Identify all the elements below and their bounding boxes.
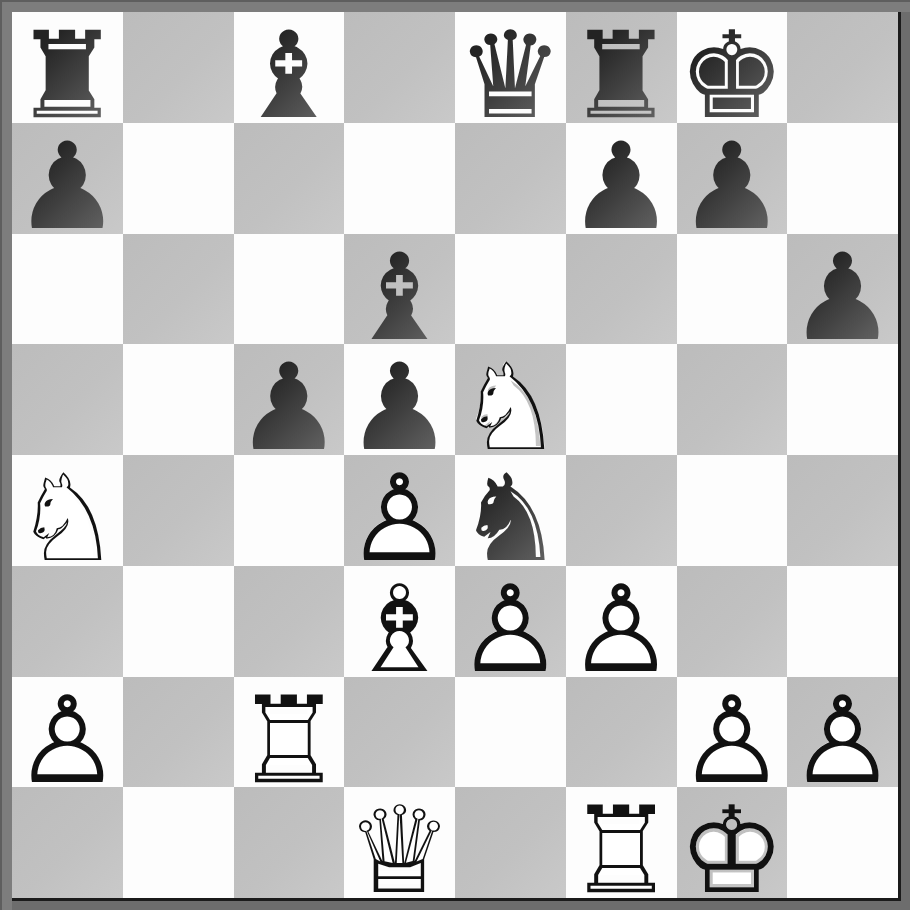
white-piece-fill-layer: ♟ <box>677 685 788 796</box>
white-piece-outline-layer: ♙ <box>566 574 677 685</box>
black-rook-icon[interactable]: ♜ <box>12 12 123 123</box>
white-knight-icon[interactable]: ♞♘ <box>455 344 566 455</box>
white-pawn-icon[interactable]: ♟♙ <box>677 677 788 788</box>
white-piece-outline-layer: ♔ <box>677 795 788 906</box>
square-a2[interactable]: ♟♙ <box>12 677 123 788</box>
white-piece-fill-layer: ♟ <box>344 463 455 574</box>
square-f5[interactable] <box>566 344 677 455</box>
white-piece-outline-layer: ♖ <box>234 685 345 796</box>
square-g2[interactable]: ♟♙ <box>677 677 788 788</box>
white-piece-outline-layer: ♙ <box>787 685 898 796</box>
square-g1[interactable]: ♚♔ <box>677 787 788 898</box>
square-f6[interactable] <box>566 234 677 345</box>
square-e2[interactable] <box>455 677 566 788</box>
square-h3[interactable] <box>787 566 898 677</box>
square-e3[interactable]: ♟♙ <box>455 566 566 677</box>
black-bishop-icon[interactable]: ♝ <box>344 234 455 345</box>
white-knight-icon[interactable]: ♞♘ <box>12 455 123 566</box>
white-piece-outline-layer: ♖ <box>566 795 677 906</box>
black-piece-glyph: ♟ <box>12 131 123 242</box>
square-a5[interactable] <box>12 344 123 455</box>
white-bishop-icon[interactable]: ♝♗ <box>344 566 455 677</box>
white-rook-icon[interactable]: ♜♖ <box>234 677 345 788</box>
white-pawn-icon[interactable]: ♟♙ <box>344 455 455 566</box>
square-g5[interactable] <box>677 344 788 455</box>
white-piece-fill-layer: ♜ <box>234 685 345 796</box>
square-c8[interactable]: ♝ <box>234 12 345 123</box>
square-b3[interactable] <box>123 566 234 677</box>
black-pawn-icon[interactable]: ♟ <box>566 123 677 234</box>
black-piece-glyph: ♝ <box>344 242 455 353</box>
square-f8[interactable]: ♜ <box>566 12 677 123</box>
black-pawn-icon[interactable]: ♟ <box>12 123 123 234</box>
black-pawn-icon[interactable]: ♟ <box>787 234 898 345</box>
square-c7[interactable] <box>234 123 345 234</box>
white-king-icon[interactable]: ♚♔ <box>677 787 788 898</box>
black-piece-glyph: ♟ <box>234 352 345 463</box>
black-piece-glyph: ♞ <box>455 463 566 574</box>
square-c5[interactable]: ♟ <box>234 344 345 455</box>
square-c6[interactable] <box>234 234 345 345</box>
black-piece-glyph: ♜ <box>12 20 123 131</box>
white-piece-fill-layer: ♟ <box>787 685 898 796</box>
white-piece-fill-layer: ♝ <box>344 574 455 685</box>
white-piece-fill-layer: ♞ <box>12 463 123 574</box>
square-d6[interactable]: ♝ <box>344 234 455 345</box>
square-e6[interactable] <box>455 234 566 345</box>
square-f7[interactable]: ♟ <box>566 123 677 234</box>
square-e5[interactable]: ♞♘ <box>455 344 566 455</box>
black-rook-icon[interactable]: ♜ <box>566 12 677 123</box>
black-piece-glyph: ♟ <box>566 131 677 242</box>
square-a6[interactable] <box>12 234 123 345</box>
white-piece-fill-layer: ♟ <box>12 685 123 796</box>
square-h7[interactable] <box>787 123 898 234</box>
white-piece-fill-layer: ♚ <box>677 795 788 906</box>
square-a8[interactable]: ♜ <box>12 12 123 123</box>
black-queen-icon[interactable]: ♛ <box>455 12 566 123</box>
square-f2[interactable] <box>566 677 677 788</box>
square-e8[interactable]: ♛ <box>455 12 566 123</box>
square-c4[interactable] <box>234 455 345 566</box>
square-d5[interactable]: ♟ <box>344 344 455 455</box>
square-d7[interactable] <box>344 123 455 234</box>
square-c1[interactable] <box>234 787 345 898</box>
square-a3[interactable] <box>12 566 123 677</box>
square-g6[interactable] <box>677 234 788 345</box>
black-piece-glyph: ♚ <box>677 20 788 131</box>
white-piece-outline-layer: ♙ <box>455 574 566 685</box>
white-piece-fill-layer: ♟ <box>455 574 566 685</box>
square-g7[interactable]: ♟ <box>677 123 788 234</box>
white-piece-outline-layer: ♘ <box>455 352 566 463</box>
square-g8[interactable]: ♚ <box>677 12 788 123</box>
square-h2[interactable]: ♟♙ <box>787 677 898 788</box>
square-d3[interactable]: ♝♗ <box>344 566 455 677</box>
square-b2[interactable] <box>123 677 234 788</box>
white-pawn-icon[interactable]: ♟♙ <box>12 677 123 788</box>
square-d1[interactable]: ♛♕ <box>344 787 455 898</box>
square-h8[interactable] <box>787 12 898 123</box>
black-king-icon[interactable]: ♚ <box>677 12 788 123</box>
black-pawn-icon[interactable]: ♟ <box>234 344 345 455</box>
square-c2[interactable]: ♜♖ <box>234 677 345 788</box>
black-pawn-icon[interactable]: ♟ <box>344 344 455 455</box>
white-piece-outline-layer: ♙ <box>677 685 788 796</box>
square-b6[interactable] <box>123 234 234 345</box>
black-piece-glyph: ♟ <box>344 352 455 463</box>
white-piece-outline-layer: ♙ <box>344 463 455 574</box>
square-a4[interactable]: ♞♘ <box>12 455 123 566</box>
square-d8[interactable] <box>344 12 455 123</box>
square-d2[interactable] <box>344 677 455 788</box>
black-piece-glyph: ♟ <box>787 242 898 353</box>
black-knight-icon[interactable]: ♞ <box>455 455 566 566</box>
square-h6[interactable]: ♟ <box>787 234 898 345</box>
square-f3[interactable]: ♟♙ <box>566 566 677 677</box>
white-piece-fill-layer: ♞ <box>455 352 566 463</box>
board-frame: ♜♝♛♜♚♟♟♟♝♟♟♟♞♘♞♘♟♙♞♝♗♟♙♟♙♟♙♜♖♟♙♟♙♛♕♜♖♚♔ <box>0 0 910 910</box>
white-piece-fill-layer: ♜ <box>566 795 677 906</box>
white-pawn-icon[interactable]: ♟♙ <box>566 566 677 677</box>
square-a1[interactable] <box>12 787 123 898</box>
square-a7[interactable]: ♟ <box>12 123 123 234</box>
white-piece-fill-layer: ♟ <box>566 574 677 685</box>
white-pawn-icon[interactable]: ♟♙ <box>455 566 566 677</box>
white-piece-outline-layer: ♙ <box>12 685 123 796</box>
square-h5[interactable] <box>787 344 898 455</box>
square-b8[interactable] <box>123 12 234 123</box>
square-d4[interactable]: ♟♙ <box>344 455 455 566</box>
square-h4[interactable] <box>787 455 898 566</box>
white-queen-icon[interactable]: ♛♕ <box>344 787 455 898</box>
white-piece-outline-layer: ♗ <box>344 574 455 685</box>
black-piece-glyph: ♜ <box>566 20 677 131</box>
square-e1[interactable] <box>455 787 566 898</box>
square-b1[interactable] <box>123 787 234 898</box>
white-rook-icon[interactable]: ♜♖ <box>566 787 677 898</box>
black-piece-glyph: ♝ <box>234 20 345 131</box>
black-bishop-icon[interactable]: ♝ <box>234 12 345 123</box>
square-b7[interactable] <box>123 123 234 234</box>
square-e7[interactable] <box>455 123 566 234</box>
white-piece-fill-layer: ♛ <box>344 795 455 906</box>
square-f1[interactable]: ♜♖ <box>566 787 677 898</box>
white-piece-outline-layer: ♘ <box>12 463 123 574</box>
square-b4[interactable] <box>123 455 234 566</box>
square-f4[interactable] <box>566 455 677 566</box>
square-g4[interactable] <box>677 455 788 566</box>
black-piece-glyph: ♟ <box>677 131 788 242</box>
square-g3[interactable] <box>677 566 788 677</box>
white-piece-outline-layer: ♕ <box>344 795 455 906</box>
white-pawn-icon[interactable]: ♟♙ <box>787 677 898 788</box>
square-c3[interactable] <box>234 566 345 677</box>
square-e4[interactable]: ♞ <box>455 455 566 566</box>
black-pawn-icon[interactable]: ♟ <box>677 123 788 234</box>
chess-board: ♜♝♛♜♚♟♟♟♝♟♟♟♞♘♞♘♟♙♞♝♗♟♙♟♙♟♙♜♖♟♙♟♙♛♕♜♖♚♔ <box>12 12 901 901</box>
black-piece-glyph: ♛ <box>455 20 566 131</box>
square-h1[interactable] <box>787 787 898 898</box>
square-b5[interactable] <box>123 344 234 455</box>
